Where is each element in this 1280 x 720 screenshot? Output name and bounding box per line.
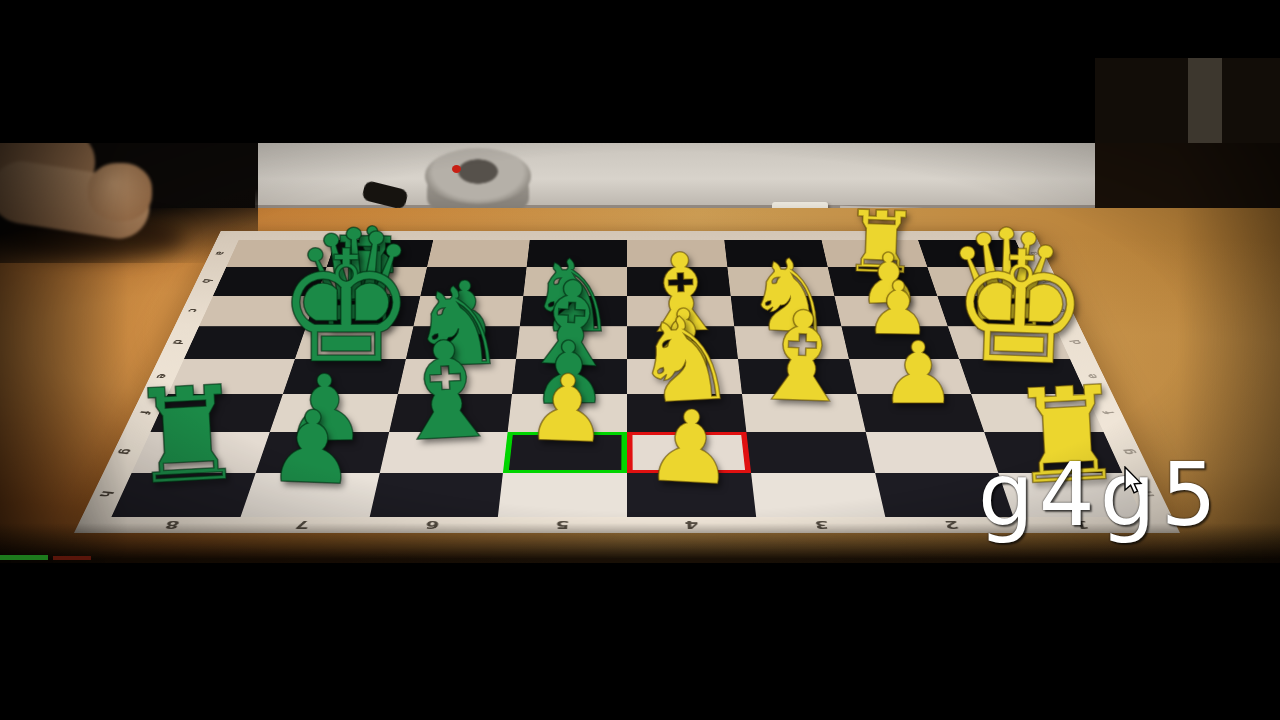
mouse-cursor-icon[interactable] — [1122, 466, 1144, 496]
file-label-left-a: a — [211, 250, 230, 257]
piece-green-pawn-h7[interactable]: ♟ — [266, 396, 359, 499]
red-dot — [452, 165, 461, 173]
square-h5[interactable] — [498, 473, 627, 517]
duct-tape-roll-icon — [425, 148, 531, 204]
square-h6[interactable] — [369, 473, 503, 517]
file-label-left-d: d — [168, 338, 189, 346]
video-artifact-green — [0, 555, 48, 560]
square-g3[interactable] — [746, 432, 875, 473]
file-label-left-h: h — [94, 488, 119, 499]
door-upper — [1095, 58, 1280, 143]
file-label-left-b: b — [198, 277, 217, 284]
player-arm — [0, 143, 180, 261]
video-artifact-red — [53, 556, 91, 560]
video-frame: 87654321aabbccddeeffgghh ♜♟♟♜♛♟♞♝♞♟♛♚♟♝♞… — [0, 0, 1280, 720]
letterbox-bottom — [0, 563, 1280, 720]
piece-yellow-pawn-f2[interactable]: ♟ — [880, 330, 957, 416]
piece-green-bishop-g6[interactable]: ♝ — [382, 322, 509, 462]
move-annotation: g4g5 — [978, 443, 1222, 546]
piece-yellow-pawn-g5[interactable]: ♟ — [524, 362, 610, 457]
piece-yellow-bishop-f3[interactable]: ♝ — [744, 293, 859, 421]
square-h3[interactable] — [751, 473, 885, 517]
letterbox-top — [0, 0, 1280, 143]
piece-yellow-pawn-h4[interactable]: ♟ — [643, 396, 738, 501]
arm-hand — [88, 163, 152, 221]
photo-area: 87654321aabbccddeeffgghh ♜♟♟♜♛♟♞♝♞♟♛♚♟♝♞… — [0, 143, 1280, 563]
door-upper-frame — [1188, 58, 1222, 143]
piece-green-rook-h8[interactable]: ♜ — [125, 367, 248, 503]
file-label-left-c: c — [183, 307, 203, 315]
